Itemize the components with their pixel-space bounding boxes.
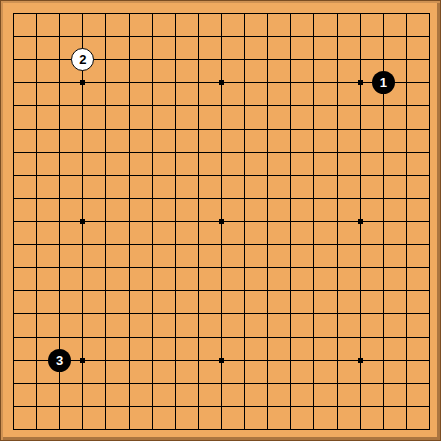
star-point: [219, 219, 224, 224]
point-layer: 123: [1, 1, 441, 441]
star-point: [358, 219, 363, 224]
stone-black-1: 1: [372, 71, 395, 94]
star-point: [358, 80, 363, 85]
star-point: [80, 358, 85, 363]
stone-white-2: 2: [71, 48, 94, 71]
star-point: [80, 219, 85, 224]
star-point: [358, 358, 363, 363]
go-board: 123: [0, 0, 441, 441]
star-point: [80, 80, 85, 85]
star-point: [219, 80, 224, 85]
stone-black-3: 3: [48, 349, 71, 372]
star-point: [219, 358, 224, 363]
